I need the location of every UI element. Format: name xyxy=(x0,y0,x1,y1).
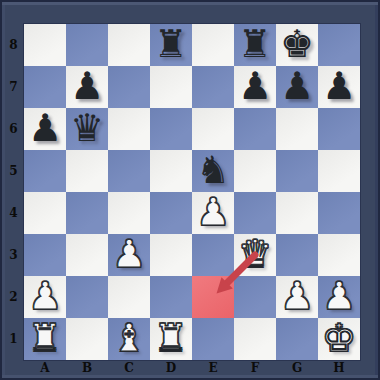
square-d2[interactable] xyxy=(150,276,192,318)
square-a4[interactable] xyxy=(24,192,66,234)
square-b7[interactable]: ♟ xyxy=(66,66,108,108)
square-e2[interactable] xyxy=(192,276,234,318)
square-g5[interactable] xyxy=(276,150,318,192)
file-label-h: H xyxy=(318,360,360,380)
black-pawn: ♟ xyxy=(70,65,104,107)
square-g8[interactable]: ♚ xyxy=(276,24,318,66)
square-b6[interactable]: ♛ xyxy=(66,108,108,150)
rank-label-7: 7 xyxy=(4,66,23,108)
square-h5[interactable] xyxy=(318,150,360,192)
square-h8[interactable] xyxy=(318,24,360,66)
square-b2[interactable] xyxy=(66,276,108,318)
square-e6[interactable] xyxy=(192,108,234,150)
square-d4[interactable] xyxy=(150,192,192,234)
black-pawn: ♟ xyxy=(280,65,314,107)
square-e4[interactable]: ♟ xyxy=(192,192,234,234)
square-c7[interactable] xyxy=(108,66,150,108)
square-b8[interactable] xyxy=(66,24,108,66)
square-d5[interactable] xyxy=(150,150,192,192)
square-c2[interactable] xyxy=(108,276,150,318)
square-e3[interactable] xyxy=(192,234,234,276)
file-label-f: F xyxy=(234,360,276,380)
rank-label-6: 6 xyxy=(4,108,23,150)
square-f7[interactable]: ♟ xyxy=(234,66,276,108)
black-pawn: ♟ xyxy=(28,107,62,149)
file-label-b: B xyxy=(66,360,108,380)
rank-label-4: 4 xyxy=(4,192,23,234)
board-frame: ♜♜♚♟♟♟♟♟♛♞♟♟♛♟♟♟♜♝♜♚ 87654321ABCDEFGH xyxy=(0,0,380,380)
square-f6[interactable] xyxy=(234,108,276,150)
chess-board: ♜♜♚♟♟♟♟♟♛♞♟♟♛♟♟♟♜♝♜♚ xyxy=(24,24,360,360)
white-king: ♚ xyxy=(322,317,356,359)
white-pawn: ♟ xyxy=(112,233,146,275)
square-b5[interactable] xyxy=(66,150,108,192)
square-a5[interactable] xyxy=(24,150,66,192)
square-g7[interactable]: ♟ xyxy=(276,66,318,108)
white-rook: ♜ xyxy=(28,317,62,359)
square-h4[interactable] xyxy=(318,192,360,234)
white-rook: ♜ xyxy=(154,317,188,359)
square-d7[interactable] xyxy=(150,66,192,108)
white-bishop: ♝ xyxy=(112,317,146,359)
square-e7[interactable] xyxy=(192,66,234,108)
white-pawn: ♟ xyxy=(196,191,230,233)
file-label-e: E xyxy=(192,360,234,380)
square-f8[interactable]: ♜ xyxy=(234,24,276,66)
black-pawn: ♟ xyxy=(322,65,356,107)
white-queen: ♛ xyxy=(238,233,272,275)
black-rook: ♜ xyxy=(154,23,188,65)
square-d8[interactable]: ♜ xyxy=(150,24,192,66)
square-a8[interactable] xyxy=(24,24,66,66)
rank-label-3: 3 xyxy=(4,234,23,276)
square-h7[interactable]: ♟ xyxy=(318,66,360,108)
square-g3[interactable] xyxy=(276,234,318,276)
file-label-a: A xyxy=(24,360,66,380)
square-e1[interactable] xyxy=(192,318,234,360)
square-g4[interactable] xyxy=(276,192,318,234)
square-g6[interactable] xyxy=(276,108,318,150)
square-a2[interactable]: ♟ xyxy=(24,276,66,318)
square-c1[interactable]: ♝ xyxy=(108,318,150,360)
file-label-d: D xyxy=(150,360,192,380)
rank-label-1: 1 xyxy=(4,318,23,360)
black-pawn: ♟ xyxy=(238,65,272,107)
square-f5[interactable] xyxy=(234,150,276,192)
square-h3[interactable] xyxy=(318,234,360,276)
square-f2[interactable] xyxy=(234,276,276,318)
square-c8[interactable] xyxy=(108,24,150,66)
file-label-c: C xyxy=(108,360,150,380)
square-e5[interactable]: ♞ xyxy=(192,150,234,192)
square-f1[interactable] xyxy=(234,318,276,360)
black-knight: ♞ xyxy=(196,149,230,191)
square-h6[interactable] xyxy=(318,108,360,150)
square-h1[interactable]: ♚ xyxy=(318,318,360,360)
square-b1[interactable] xyxy=(66,318,108,360)
square-h2[interactable]: ♟ xyxy=(318,276,360,318)
square-a6[interactable]: ♟ xyxy=(24,108,66,150)
square-g2[interactable]: ♟ xyxy=(276,276,318,318)
white-pawn: ♟ xyxy=(280,275,314,317)
square-d3[interactable] xyxy=(150,234,192,276)
square-c4[interactable] xyxy=(108,192,150,234)
square-d6[interactable] xyxy=(150,108,192,150)
square-a3[interactable] xyxy=(24,234,66,276)
white-pawn: ♟ xyxy=(28,275,62,317)
square-d1[interactable]: ♜ xyxy=(150,318,192,360)
square-f4[interactable] xyxy=(234,192,276,234)
rank-label-2: 2 xyxy=(4,276,23,318)
square-g1[interactable] xyxy=(276,318,318,360)
black-king: ♚ xyxy=(280,23,314,65)
rank-label-5: 5 xyxy=(4,150,23,192)
black-rook: ♜ xyxy=(238,23,272,65)
square-b3[interactable] xyxy=(66,234,108,276)
square-a1[interactable]: ♜ xyxy=(24,318,66,360)
square-f3[interactable]: ♛ xyxy=(234,234,276,276)
rank-label-8: 8 xyxy=(4,24,23,66)
square-a7[interactable] xyxy=(24,66,66,108)
square-e8[interactable] xyxy=(192,24,234,66)
square-b4[interactable] xyxy=(66,192,108,234)
square-c5[interactable] xyxy=(108,150,150,192)
square-c3[interactable]: ♟ xyxy=(108,234,150,276)
black-queen: ♛ xyxy=(70,107,104,149)
square-c6[interactable] xyxy=(108,108,150,150)
white-pawn: ♟ xyxy=(322,275,356,317)
file-label-g: G xyxy=(276,360,318,380)
